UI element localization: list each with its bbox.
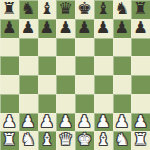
square-g3[interactable] [113, 94, 132, 113]
piece-white-rook[interactable]: ♜ [2, 132, 17, 149]
piece-black-pawn[interactable]: ♟ [2, 19, 17, 36]
square-d4[interactable] [56, 75, 75, 94]
piece-white-pawn[interactable]: ♟ [58, 113, 73, 130]
square-e5[interactable] [75, 56, 94, 75]
piece-white-king[interactable]: ♚ [77, 132, 92, 149]
square-e2[interactable]: ♟ [75, 113, 94, 132]
square-d1[interactable]: ♛ [56, 131, 75, 150]
square-e7[interactable]: ♟ [75, 19, 94, 38]
piece-black-queen[interactable]: ♛ [58, 1, 73, 18]
square-f2[interactable]: ♟ [94, 113, 113, 132]
square-f4[interactable] [94, 75, 113, 94]
square-g2[interactable]: ♟ [113, 113, 132, 132]
chess-board: ♜♞♝♛♚♝♞♜♟♟♟♟♟♟♟♟♟♟♟♟♟♟♟♟♜♞♝♛♚♝♞♜ [0, 0, 150, 150]
piece-white-pawn[interactable]: ♟ [39, 113, 54, 130]
square-c5[interactable] [38, 56, 57, 75]
square-g4[interactable] [113, 75, 132, 94]
square-a5[interactable] [0, 56, 19, 75]
square-f3[interactable] [94, 94, 113, 113]
piece-white-knight[interactable]: ♞ [21, 132, 36, 149]
square-h1[interactable]: ♜ [131, 131, 150, 150]
square-h5[interactable] [131, 56, 150, 75]
piece-black-rook[interactable]: ♜ [2, 1, 17, 18]
piece-black-king[interactable]: ♚ [77, 1, 92, 18]
square-c7[interactable]: ♟ [38, 19, 57, 38]
piece-black-pawn[interactable]: ♟ [58, 19, 73, 36]
square-a4[interactable] [0, 75, 19, 94]
square-h7[interactable]: ♟ [131, 19, 150, 38]
square-d5[interactable] [56, 56, 75, 75]
square-d8[interactable]: ♛ [56, 0, 75, 19]
piece-white-pawn[interactable]: ♟ [21, 113, 36, 130]
piece-white-pawn[interactable]: ♟ [114, 113, 129, 130]
square-a1[interactable]: ♜ [0, 131, 19, 150]
piece-black-knight[interactable]: ♞ [114, 1, 129, 18]
piece-white-bishop[interactable]: ♝ [39, 132, 54, 149]
piece-black-pawn[interactable]: ♟ [133, 19, 148, 36]
piece-black-pawn[interactable]: ♟ [96, 19, 111, 36]
square-b5[interactable] [19, 56, 38, 75]
square-b2[interactable]: ♟ [19, 113, 38, 132]
piece-black-bishop[interactable]: ♝ [96, 1, 111, 18]
piece-black-pawn[interactable]: ♟ [77, 19, 92, 36]
square-h6[interactable] [131, 38, 150, 57]
square-d3[interactable] [56, 94, 75, 113]
square-f6[interactable] [94, 38, 113, 57]
piece-black-pawn[interactable]: ♟ [39, 19, 54, 36]
square-c4[interactable] [38, 75, 57, 94]
square-e6[interactable] [75, 38, 94, 57]
piece-white-pawn[interactable]: ♟ [96, 113, 111, 130]
square-g6[interactable] [113, 38, 132, 57]
square-h3[interactable] [131, 94, 150, 113]
piece-white-queen[interactable]: ♛ [58, 132, 73, 149]
piece-black-knight[interactable]: ♞ [21, 1, 36, 18]
square-g8[interactable]: ♞ [113, 0, 132, 19]
square-f5[interactable] [94, 56, 113, 75]
square-a2[interactable]: ♟ [0, 113, 19, 132]
square-c2[interactable]: ♟ [38, 113, 57, 132]
piece-black-pawn[interactable]: ♟ [114, 19, 129, 36]
square-a6[interactable] [0, 38, 19, 57]
square-d6[interactable] [56, 38, 75, 57]
square-b1[interactable]: ♞ [19, 131, 38, 150]
square-a3[interactable] [0, 94, 19, 113]
square-f8[interactable]: ♝ [94, 0, 113, 19]
piece-white-pawn[interactable]: ♟ [133, 113, 148, 130]
square-g7[interactable]: ♟ [113, 19, 132, 38]
piece-black-bishop[interactable]: ♝ [39, 1, 54, 18]
square-g5[interactable] [113, 56, 132, 75]
piece-black-pawn[interactable]: ♟ [21, 19, 36, 36]
square-c1[interactable]: ♝ [38, 131, 57, 150]
square-h8[interactable]: ♜ [131, 0, 150, 19]
square-b8[interactable]: ♞ [19, 0, 38, 19]
square-c3[interactable] [38, 94, 57, 113]
piece-white-pawn[interactable]: ♟ [77, 113, 92, 130]
square-b6[interactable] [19, 38, 38, 57]
square-e8[interactable]: ♚ [75, 0, 94, 19]
square-b7[interactable]: ♟ [19, 19, 38, 38]
piece-white-knight[interactable]: ♞ [114, 132, 129, 149]
square-f1[interactable]: ♝ [94, 131, 113, 150]
square-d7[interactable]: ♟ [56, 19, 75, 38]
square-a7[interactable]: ♟ [0, 19, 19, 38]
square-c8[interactable]: ♝ [38, 0, 57, 19]
square-b4[interactable] [19, 75, 38, 94]
square-e4[interactable] [75, 75, 94, 94]
piece-white-pawn[interactable]: ♟ [2, 113, 17, 130]
square-g1[interactable]: ♞ [113, 131, 132, 150]
square-a8[interactable]: ♜ [0, 0, 19, 19]
square-f7[interactable]: ♟ [94, 19, 113, 38]
square-e1[interactable]: ♚ [75, 131, 94, 150]
square-b3[interactable] [19, 94, 38, 113]
square-c6[interactable] [38, 38, 57, 57]
square-d2[interactable]: ♟ [56, 113, 75, 132]
piece-white-bishop[interactable]: ♝ [96, 132, 111, 149]
square-h2[interactable]: ♟ [131, 113, 150, 132]
square-e3[interactable] [75, 94, 94, 113]
piece-white-rook[interactable]: ♜ [133, 132, 148, 149]
piece-black-rook[interactable]: ♜ [133, 1, 148, 18]
square-h4[interactable] [131, 75, 150, 94]
